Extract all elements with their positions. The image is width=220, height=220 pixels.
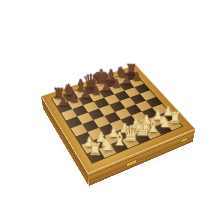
black-p-piece-icon: ♟ [80,88,91,100]
black-p-piece-icon: ♟ [58,96,69,108]
black-p-piece-icon: ♟ [91,85,102,97]
black-p-piece-icon: ♟ [69,92,80,104]
product-photo-chess-set: ♜♞♝♛♚♝♞♜♟♟♟♟♟♟♟♟♟♟♟♟♟♟♟♟♜♞♝♛♚♝♞♜ [0,0,220,220]
brass-hinge [180,137,188,144]
black-p-piece-icon: ♟ [111,78,122,90]
black-p-piece-icon: ♟ [132,71,142,83]
white-r-piece-icon: ♜ [88,141,103,158]
black-p-piece-icon: ♟ [101,81,112,93]
black-p-piece-icon: ♟ [122,74,132,86]
